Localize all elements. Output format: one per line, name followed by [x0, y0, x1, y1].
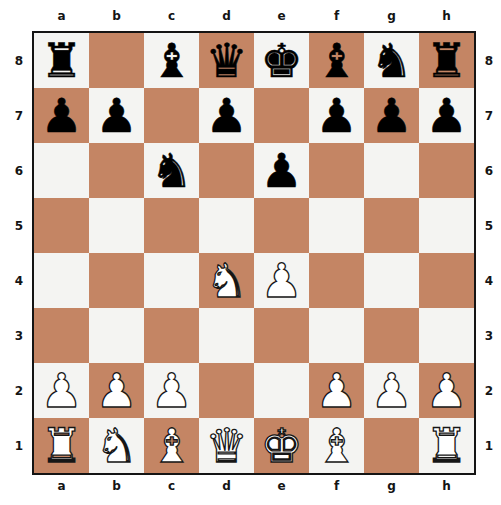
- file-label-top-e: e: [254, 9, 309, 23]
- square-h8[interactable]: ♜: [419, 33, 474, 88]
- square-a6[interactable]: [34, 143, 89, 198]
- file-label-bottom-e: e: [254, 479, 309, 493]
- square-a5[interactable]: [34, 198, 89, 253]
- square-g4[interactable]: [364, 253, 419, 308]
- square-f3[interactable]: [309, 308, 364, 363]
- square-g2[interactable]: ♟: [364, 363, 419, 418]
- piece-white-rook-a1[interactable]: ♜: [40, 422, 82, 469]
- square-b2[interactable]: ♟: [89, 363, 144, 418]
- piece-white-knight-d4[interactable]: ♞: [205, 257, 247, 304]
- piece-black-pawn-f7[interactable]: ♟: [315, 92, 357, 139]
- rank-label-left-2: 2: [9, 363, 29, 418]
- rank-label-left-1: 1: [9, 418, 29, 473]
- file-labels-bottom: abcdefgh: [34, 479, 474, 493]
- piece-black-pawn-a7[interactable]: ♟: [40, 92, 82, 139]
- file-label-bottom-a: a: [34, 479, 89, 493]
- rank-label-left-7: 7: [9, 88, 29, 143]
- rank-label-right-1: 1: [479, 418, 499, 473]
- square-a3[interactable]: [34, 308, 89, 363]
- file-label-bottom-f: f: [309, 479, 364, 493]
- piece-black-bishop-c8[interactable]: ♝: [150, 37, 192, 84]
- piece-white-queen-d1[interactable]: ♛: [205, 422, 247, 469]
- square-b7[interactable]: ♟: [89, 88, 144, 143]
- rank-label-right-5: 5: [479, 198, 499, 253]
- square-g5[interactable]: [364, 198, 419, 253]
- square-a8[interactable]: ♜: [34, 33, 89, 88]
- square-c5[interactable]: [144, 198, 199, 253]
- piece-white-pawn-g2[interactable]: ♟: [370, 367, 412, 414]
- piece-white-pawn-b2[interactable]: ♟: [95, 367, 137, 414]
- square-f5[interactable]: [309, 198, 364, 253]
- rank-label-left-5: 5: [9, 198, 29, 253]
- file-label-top-h: h: [419, 9, 474, 23]
- square-d1[interactable]: ♛: [199, 418, 254, 473]
- piece-white-bishop-c1[interactable]: ♝: [150, 422, 192, 469]
- piece-white-rook-h1[interactable]: ♜: [425, 422, 467, 469]
- square-f7[interactable]: ♟: [309, 88, 364, 143]
- square-e7[interactable]: [254, 88, 309, 143]
- square-b1[interactable]: ♞: [89, 418, 144, 473]
- rank-label-left-8: 8: [9, 33, 29, 88]
- square-h4[interactable]: [419, 253, 474, 308]
- file-label-bottom-h: h: [419, 479, 474, 493]
- square-a1[interactable]: ♜: [34, 418, 89, 473]
- file-label-top-g: g: [364, 9, 419, 23]
- square-a4[interactable]: [34, 253, 89, 308]
- rank-label-right-7: 7: [479, 88, 499, 143]
- piece-white-pawn-c2[interactable]: ♟: [150, 367, 192, 414]
- rank-label-right-8: 8: [479, 33, 499, 88]
- piece-black-rook-h8[interactable]: ♜: [425, 37, 467, 84]
- square-c7[interactable]: [144, 88, 199, 143]
- piece-black-knight-c6[interactable]: ♞: [150, 147, 192, 194]
- square-c2[interactable]: ♟: [144, 363, 199, 418]
- rank-label-right-3: 3: [479, 308, 499, 363]
- piece-black-king-e8[interactable]: ♚: [260, 37, 302, 84]
- file-label-top-d: d: [199, 9, 254, 23]
- file-label-bottom-g: g: [364, 479, 419, 493]
- square-g1[interactable]: [364, 418, 419, 473]
- square-e1[interactable]: ♚: [254, 418, 309, 473]
- square-d7[interactable]: ♟: [199, 88, 254, 143]
- square-f2[interactable]: ♟: [309, 363, 364, 418]
- rank-label-left-4: 4: [9, 253, 29, 308]
- piece-black-pawn-g7[interactable]: ♟: [370, 92, 412, 139]
- square-g3[interactable]: [364, 308, 419, 363]
- piece-white-king-e1[interactable]: ♚: [260, 422, 302, 469]
- square-g7[interactable]: ♟: [364, 88, 419, 143]
- piece-black-pawn-e6[interactable]: ♟: [260, 147, 302, 194]
- rank-labels-right: 87654321: [479, 33, 499, 473]
- square-b4[interactable]: [89, 253, 144, 308]
- square-b3[interactable]: [89, 308, 144, 363]
- file-label-top-a: a: [34, 9, 89, 23]
- square-d4[interactable]: ♞: [199, 253, 254, 308]
- square-c3[interactable]: [144, 308, 199, 363]
- piece-black-knight-g8[interactable]: ♞: [370, 37, 412, 84]
- square-d3[interactable]: [199, 308, 254, 363]
- file-label-top-f: f: [309, 9, 364, 23]
- rank-label-left-3: 3: [9, 308, 29, 363]
- piece-black-bishop-f8[interactable]: ♝: [315, 37, 357, 84]
- square-h6[interactable]: [419, 143, 474, 198]
- square-b6[interactable]: [89, 143, 144, 198]
- square-f4[interactable]: [309, 253, 364, 308]
- square-f6[interactable]: [309, 143, 364, 198]
- square-d5[interactable]: [199, 198, 254, 253]
- chessboard: ♜♝♛♚♝♞♜♟♟♟♟♟♟♞♟♞♟♟♟♟♟♟♟♜♞♝♛♚♝♜: [32, 31, 476, 475]
- square-b5[interactable]: [89, 198, 144, 253]
- square-e2[interactable]: [254, 363, 309, 418]
- piece-black-pawn-h7[interactable]: ♟: [425, 92, 467, 139]
- piece-white-pawn-e4[interactable]: ♟: [260, 257, 302, 304]
- square-e8[interactable]: ♚: [254, 33, 309, 88]
- rank-label-right-6: 6: [479, 143, 499, 198]
- square-d2[interactable]: [199, 363, 254, 418]
- square-g8[interactable]: ♞: [364, 33, 419, 88]
- square-h1[interactable]: ♜: [419, 418, 474, 473]
- square-e5[interactable]: [254, 198, 309, 253]
- square-e4[interactable]: ♟: [254, 253, 309, 308]
- square-h3[interactable]: [419, 308, 474, 363]
- square-f8[interactable]: ♝: [309, 33, 364, 88]
- file-label-bottom-c: c: [144, 479, 199, 493]
- square-a7[interactable]: ♟: [34, 88, 89, 143]
- piece-black-pawn-d7[interactable]: ♟: [205, 92, 247, 139]
- piece-white-pawn-a2[interactable]: ♟: [40, 367, 82, 414]
- rank-label-right-2: 2: [479, 363, 499, 418]
- file-label-top-c: c: [144, 9, 199, 23]
- square-b8[interactable]: [89, 33, 144, 88]
- square-f1[interactable]: ♝: [309, 418, 364, 473]
- piece-white-pawn-f2[interactable]: ♟: [315, 367, 357, 414]
- rank-label-right-4: 4: [479, 253, 499, 308]
- piece-black-rook-a8[interactable]: ♜: [40, 37, 82, 84]
- rank-label-left-6: 6: [9, 143, 29, 198]
- square-d6[interactable]: [199, 143, 254, 198]
- square-c4[interactable]: [144, 253, 199, 308]
- piece-white-knight-b1[interactable]: ♞: [95, 422, 137, 469]
- file-label-bottom-d: d: [199, 479, 254, 493]
- chess-diagram: abcdefgh 87654321 ♜♝♛♚♝♞♜♟♟♟♟♟♟♞♟♞♟♟♟♟♟♟…: [0, 0, 501, 505]
- square-c6[interactable]: ♞: [144, 143, 199, 198]
- piece-black-queen-d8[interactable]: ♛: [205, 37, 247, 84]
- piece-white-bishop-f1[interactable]: ♝: [315, 422, 357, 469]
- square-h2[interactable]: ♟: [419, 363, 474, 418]
- square-c1[interactable]: ♝: [144, 418, 199, 473]
- piece-black-pawn-b7[interactable]: ♟: [95, 92, 137, 139]
- rank-labels-left: 87654321: [9, 33, 29, 473]
- square-d8[interactable]: ♛: [199, 33, 254, 88]
- square-h7[interactable]: ♟: [419, 88, 474, 143]
- file-labels-top: abcdefgh: [34, 9, 474, 23]
- square-c8[interactable]: ♝: [144, 33, 199, 88]
- file-label-bottom-b: b: [89, 479, 144, 493]
- square-g6[interactable]: [364, 143, 419, 198]
- square-a2[interactable]: ♟: [34, 363, 89, 418]
- piece-white-pawn-h2[interactable]: ♟: [425, 367, 467, 414]
- file-label-top-b: b: [89, 9, 144, 23]
- square-e3[interactable]: [254, 308, 309, 363]
- square-h5[interactable]: [419, 198, 474, 253]
- square-e6[interactable]: ♟: [254, 143, 309, 198]
